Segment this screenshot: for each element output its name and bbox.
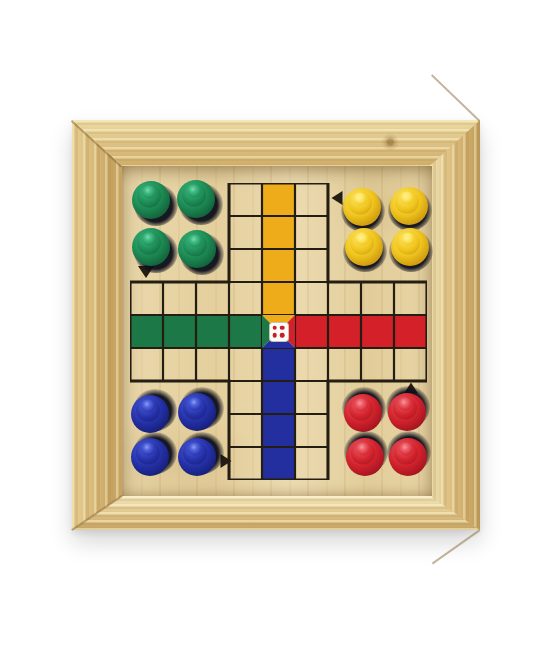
track-cell[interactable] [229, 348, 262, 381]
pawn-red[interactable] [344, 394, 382, 432]
pawn-tip [188, 235, 202, 248]
blue-path-cell[interactable] [262, 414, 295, 447]
track-cell[interactable] [295, 183, 328, 216]
pawn-tip [353, 193, 367, 206]
pawn-yellow[interactable] [345, 228, 383, 266]
green-path-cell[interactable] [163, 315, 196, 348]
frame-right-rail [430, 120, 480, 530]
center-home-cell [262, 315, 295, 348]
die-icon [269, 322, 289, 342]
pawn-red[interactable] [388, 393, 426, 431]
pawn-tip [400, 192, 414, 205]
frame-miter-joint [432, 529, 480, 564]
pawn-tip [356, 443, 370, 456]
yellow-path-cell[interactable] [262, 282, 295, 315]
pawn-tip [187, 185, 201, 198]
yellow-path-cell[interactable] [262, 216, 295, 249]
blue-path-cell[interactable] [262, 447, 295, 480]
track-cell[interactable] [295, 414, 328, 447]
pawn-tip [142, 186, 156, 199]
track-cell[interactable] [163, 348, 196, 381]
die-pip [280, 326, 285, 331]
green-path-cell[interactable] [196, 315, 229, 348]
pawn-green[interactable] [132, 228, 170, 266]
pawn-blue[interactable] [178, 438, 216, 476]
red-path-cell[interactable] [361, 315, 394, 348]
track-cell[interactable] [328, 348, 361, 381]
track-cell[interactable] [361, 348, 394, 381]
track-cell[interactable] [229, 282, 262, 315]
track-cell[interactable] [229, 183, 262, 216]
pawn-green[interactable] [178, 230, 216, 268]
pawn-tip [398, 398, 412, 411]
yellow-path-cell[interactable] [262, 249, 295, 282]
pawn-blue[interactable] [131, 438, 169, 476]
pawn-green[interactable] [177, 180, 215, 218]
pawn-red[interactable] [346, 438, 384, 476]
track-cell[interactable] [295, 249, 328, 282]
track-cell[interactable] [229, 216, 262, 249]
die-pip [273, 333, 278, 338]
pawn-tip [141, 400, 155, 413]
pawn-tip [188, 398, 202, 411]
frame-left-rail [72, 120, 122, 530]
track-cell[interactable] [295, 447, 328, 480]
blue-path-cell[interactable] [262, 381, 295, 414]
track-cell[interactable] [229, 447, 262, 480]
pawn-tip [188, 443, 202, 456]
track-cell[interactable] [328, 282, 361, 315]
frame-miter-joint [431, 74, 480, 121]
track-cell[interactable] [229, 414, 262, 447]
pawn-tip [141, 443, 155, 456]
pawn-red[interactable] [389, 438, 427, 476]
track-cell[interactable] [361, 282, 394, 315]
die-pip [280, 333, 285, 338]
track-cell[interactable] [229, 381, 262, 414]
pawn-tip [355, 233, 369, 246]
track-cell[interactable] [196, 348, 229, 381]
track-cell[interactable] [295, 282, 328, 315]
track-cell[interactable] [229, 249, 262, 282]
green-path-cell[interactable] [130, 315, 163, 348]
blue-path-cell[interactable] [262, 348, 295, 381]
track-cell[interactable] [130, 348, 163, 381]
frame-top-rail [72, 120, 480, 166]
die-pip [273, 326, 278, 331]
yellow-path-cell[interactable] [262, 183, 295, 216]
green-path-cell[interactable] [229, 315, 262, 348]
pawn-blue[interactable] [178, 393, 216, 431]
pawn-tip [142, 233, 156, 246]
product-photo-stage [0, 0, 536, 660]
track-cell[interactable] [394, 348, 427, 381]
board-box [72, 120, 480, 530]
track-cell[interactable] [295, 348, 328, 381]
track-cell[interactable] [196, 282, 229, 315]
pawn-yellow[interactable] [343, 188, 381, 226]
play-surface [122, 166, 432, 496]
track-cell[interactable] [130, 282, 163, 315]
frame-bottom-rail [72, 496, 480, 530]
pawn-tip [399, 443, 413, 456]
red-path-cell[interactable] [394, 315, 427, 348]
yellow-start-arrow-icon [332, 191, 343, 205]
pawn-green[interactable] [132, 181, 170, 219]
pawn-yellow[interactable] [390, 187, 428, 225]
pawn-tip [401, 233, 415, 246]
track-cell[interactable] [394, 282, 427, 315]
red-path-cell[interactable] [328, 315, 361, 348]
pawn-yellow[interactable] [391, 228, 429, 266]
track-cell[interactable] [163, 282, 196, 315]
track-cell[interactable] [295, 216, 328, 249]
pawn-tip [354, 399, 368, 412]
red-path-cell[interactable] [295, 315, 328, 348]
track-cell[interactable] [295, 381, 328, 414]
pawn-blue[interactable] [131, 395, 169, 433]
